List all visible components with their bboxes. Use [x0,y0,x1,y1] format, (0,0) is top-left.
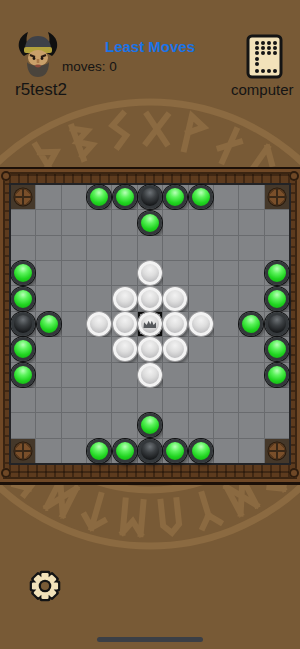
board-grid-frame [9,183,291,465]
cell-r2c6[interactable] [138,210,162,234]
cell-r2c8[interactable] [189,210,213,234]
defender-piece[interactable] [113,287,137,311]
cell-r1c11[interactable] [265,185,289,209]
cell-r9c6[interactable] [138,388,162,412]
attacker-piece-movable[interactable] [113,439,137,463]
cell-r11c5[interactable] [112,439,136,463]
defender-piece[interactable] [113,337,137,361]
cell-r9c9[interactable] [214,388,238,412]
cell-r3c4[interactable] [87,236,111,260]
cell-r11c6[interactable] [138,439,162,463]
defender-piece[interactable] [163,312,187,336]
cell-r6c1[interactable] [11,312,35,336]
frame-knot-icon [289,468,299,478]
cell-r7c1[interactable] [11,337,35,361]
cell-r10c4[interactable] [87,413,111,437]
cell-r5c10[interactable] [239,286,263,310]
attacker-piece[interactable] [265,312,289,336]
attacker-piece-movable[interactable] [11,261,35,285]
cell-r10c6[interactable] [138,413,162,437]
cell-r6c10[interactable] [239,312,263,336]
cell-r2c10[interactable] [239,210,263,234]
cell-r2c9[interactable] [214,210,238,234]
attacker-piece-movable[interactable] [265,261,289,285]
cell-r9c10[interactable] [239,388,263,412]
defender-piece[interactable] [138,261,162,285]
cell-r2c4[interactable] [87,210,111,234]
cell-r9c2[interactable] [36,388,60,412]
cell-r9c4[interactable] [87,388,111,412]
cell-r3c10[interactable] [239,236,263,260]
cell-r10c9[interactable] [214,413,238,437]
cell-r11c11[interactable] [265,439,289,463]
cell-r5c4[interactable] [87,286,111,310]
cell-r1c2[interactable] [36,185,60,209]
attacker-piece-movable[interactable] [11,363,35,387]
attacker-piece[interactable] [11,312,35,336]
cell-r3c7[interactable] [163,236,187,260]
cell-r7c2[interactable] [36,337,60,361]
cell-r10c8[interactable] [189,413,213,437]
cell-r5c9[interactable] [214,286,238,310]
opponent-name: computer [231,81,293,98]
cell-r5c1[interactable] [11,286,35,310]
cell-r9c3[interactable] [62,388,86,412]
cell-r7c7[interactable] [163,337,187,361]
frame-knot-icon [1,171,11,181]
game-board [0,167,300,485]
cell-r8c5[interactable] [112,363,136,387]
cell-r4c10[interactable] [239,261,263,285]
moves-counter: moves: 0 [62,59,117,74]
cell-r2c5[interactable] [112,210,136,234]
cell-r1c5[interactable] [112,185,136,209]
cell-r10c11[interactable] [265,413,289,437]
cell-r7c8[interactable] [189,337,213,361]
board-grid [11,185,289,463]
cell-r3c1[interactable] [11,236,35,260]
attacker-piece[interactable] [138,439,162,463]
cell-r1c10[interactable] [239,185,263,209]
cell-r8c1[interactable] [11,363,35,387]
cell-r6c9[interactable] [214,312,238,336]
defender-piece[interactable] [138,287,162,311]
cell-r11c8[interactable] [189,439,213,463]
cell-r1c4[interactable] [87,185,111,209]
cell-r6c11[interactable] [265,312,289,336]
cell-r11c7[interactable] [163,439,187,463]
cell-r4c9[interactable] [214,261,238,285]
cell-r5c7[interactable] [163,286,187,310]
cell-r5c2[interactable] [36,286,60,310]
cell-r7c11[interactable] [265,337,289,361]
gear-icon[interactable] [27,568,63,604]
cell-r1c3[interactable] [62,185,86,209]
attacker-piece-movable[interactable] [11,337,35,361]
cell-r2c2[interactable] [36,210,60,234]
attacker-piece-movable[interactable] [189,439,213,463]
cell-r5c6[interactable] [138,286,162,310]
cell-r10c3[interactable] [62,413,86,437]
attacker-piece-movable[interactable] [265,363,289,387]
cell-r10c5[interactable] [112,413,136,437]
cell-r10c1[interactable] [11,413,35,437]
cell-r4c7[interactable] [163,261,187,285]
app-screen: Least Moves moves: 0 r5test2 computer [0,0,300,649]
attacker-piece-movable[interactable] [239,312,263,336]
cell-r8c10[interactable] [239,363,263,387]
attacker-piece-movable[interactable] [265,337,289,361]
cell-r4c1[interactable] [11,261,35,285]
defender-piece[interactable] [138,337,162,361]
cell-r4c4[interactable] [87,261,111,285]
cell-r1c7[interactable] [163,185,187,209]
attacker-piece-movable[interactable] [138,211,162,235]
cell-r4c11[interactable] [265,261,289,285]
cell-r11c1[interactable] [11,439,35,463]
frame-knot-icon [1,468,11,478]
cell-r7c6[interactable] [138,337,162,361]
cell-r8c9[interactable] [214,363,238,387]
attacker-piece-movable[interactable] [163,185,187,209]
tafl-board-icon [246,34,283,79]
cell-r4c2[interactable] [36,261,60,285]
frame-knot-icon [289,171,299,181]
cell-r8c2[interactable] [36,363,60,387]
cell-r11c9[interactable] [214,439,238,463]
cell-r5c3[interactable] [62,286,86,310]
cell-r6c3[interactable] [62,312,86,336]
cell-r6c5[interactable] [112,312,136,336]
cell-r10c2[interactable] [36,413,60,437]
attacker-piece-movable[interactable] [11,287,35,311]
cell-r7c10[interactable] [239,337,263,361]
cell-r6c2[interactable] [36,312,60,336]
cell-r5c11[interactable] [265,286,289,310]
cell-r3c9[interactable] [214,236,238,260]
cell-r1c1[interactable] [11,185,35,209]
cell-r4c6[interactable] [138,261,162,285]
cell-r7c5[interactable] [112,337,136,361]
home-indicator[interactable] [97,637,203,642]
defender-piece[interactable] [87,312,111,336]
cell-r6c6[interactable] [138,312,162,336]
cell-r2c1[interactable] [11,210,35,234]
cell-r11c10[interactable] [239,439,263,463]
cell-r3c2[interactable] [36,236,60,260]
defender-piece[interactable] [113,312,137,336]
cell-r8c4[interactable] [87,363,111,387]
cell-r4c8[interactable] [189,261,213,285]
cell-r4c3[interactable] [62,261,86,285]
cell-r5c8[interactable] [189,286,213,310]
cell-r11c4[interactable] [87,439,111,463]
defender-piece[interactable] [163,287,187,311]
cell-r6c7[interactable] [163,312,187,336]
cell-r10c7[interactable] [163,413,187,437]
cell-r10c10[interactable] [239,413,263,437]
cell-r6c8[interactable] [189,312,213,336]
crown-icon [143,320,156,328]
cell-r7c9[interactable] [214,337,238,361]
cell-r7c4[interactable] [87,337,111,361]
cell-r8c3[interactable] [62,363,86,387]
cell-r8c6[interactable] [138,363,162,387]
cell-r11c3[interactable] [62,439,86,463]
cell-r4c5[interactable] [112,261,136,285]
cell-r11c2[interactable] [36,439,60,463]
cell-r9c7[interactable] [163,388,187,412]
cell-r9c8[interactable] [189,388,213,412]
attacker-piece-movable[interactable] [87,439,111,463]
defender-piece[interactable] [189,312,213,336]
attacker-piece-movable[interactable] [138,413,162,437]
cell-r3c3[interactable] [62,236,86,260]
cell-r8c11[interactable] [265,363,289,387]
defender-piece[interactable] [163,337,187,361]
cell-r2c7[interactable] [163,210,187,234]
cell-r3c6[interactable] [138,236,162,260]
defender-piece[interactable] [138,363,162,387]
cell-r9c1[interactable] [11,388,35,412]
cell-r9c5[interactable] [112,388,136,412]
cell-r2c3[interactable] [62,210,86,234]
cell-r6c4[interactable] [87,312,111,336]
attacker-piece-movable[interactable] [189,185,213,209]
attacker-piece[interactable] [138,185,162,209]
player-name: r5test2 [15,80,67,100]
cell-r1c8[interactable] [189,185,213,209]
cell-r1c6[interactable] [138,185,162,209]
cell-r3c8[interactable] [189,236,213,260]
cell-r1c9[interactable] [214,185,238,209]
attacker-piece-movable[interactable] [113,185,137,209]
attacker-piece-movable[interactable] [163,439,187,463]
cell-r2c11[interactable] [265,210,289,234]
attacker-piece-movable[interactable] [87,185,111,209]
cell-r8c7[interactable] [163,363,187,387]
cell-r5c5[interactable] [112,286,136,310]
cell-r9c11[interactable] [265,388,289,412]
king-piece[interactable] [138,312,162,336]
cell-r3c5[interactable] [112,236,136,260]
cell-r7c3[interactable] [62,337,86,361]
attacker-piece-movable[interactable] [37,312,61,336]
cell-r3c11[interactable] [265,236,289,260]
cell-r8c8[interactable] [189,363,213,387]
attacker-piece-movable[interactable] [265,287,289,311]
